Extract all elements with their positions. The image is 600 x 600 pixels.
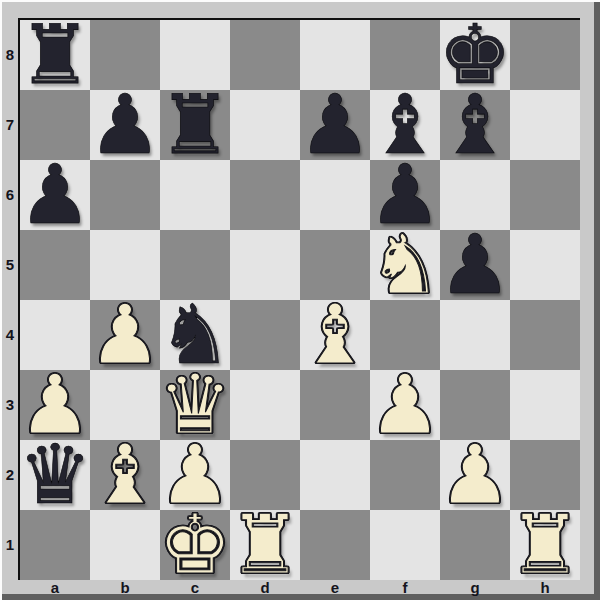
piece-black-queen[interactable]: ♛ xyxy=(18,440,92,510)
rank-label-5: 5 xyxy=(2,230,18,300)
square-a2[interactable]: ♛ xyxy=(20,440,90,510)
piece-white-knight[interactable]: ♞ xyxy=(368,230,442,300)
piece-white-rook[interactable]: ♜ xyxy=(508,510,582,580)
square-f5[interactable]: ♞ xyxy=(370,230,440,300)
file-label-g: g xyxy=(440,580,510,596)
piece-white-pawn[interactable]: ♟ xyxy=(368,370,442,440)
file-label-d: d xyxy=(230,580,300,596)
piece-white-rook[interactable]: ♜ xyxy=(228,510,302,580)
square-g4[interactable] xyxy=(440,300,510,370)
rank-label-1: 1 xyxy=(2,510,18,580)
square-g7[interactable]: ♝ xyxy=(440,90,510,160)
square-h6[interactable] xyxy=(510,160,580,230)
square-a5[interactable] xyxy=(20,230,90,300)
square-c1[interactable]: ♚ xyxy=(160,510,230,580)
square-f3[interactable]: ♟ xyxy=(370,370,440,440)
square-a1[interactable] xyxy=(20,510,90,580)
piece-white-bishop[interactable]: ♝ xyxy=(298,300,372,370)
square-b7[interactable]: ♟ xyxy=(90,90,160,160)
square-g1[interactable] xyxy=(440,510,510,580)
square-h7[interactable] xyxy=(510,90,580,160)
rank-label-7: 7 xyxy=(2,90,18,160)
file-label-f: f xyxy=(370,580,440,596)
square-d5[interactable] xyxy=(230,230,300,300)
square-f2[interactable] xyxy=(370,440,440,510)
square-d6[interactable] xyxy=(230,160,300,230)
square-g5[interactable]: ♟ xyxy=(440,230,510,300)
square-h1[interactable]: ♜ xyxy=(510,510,580,580)
piece-black-rook[interactable]: ♜ xyxy=(18,20,92,90)
square-d7[interactable] xyxy=(230,90,300,160)
rank-label-4: 4 xyxy=(2,300,18,370)
square-h8[interactable] xyxy=(510,20,580,90)
piece-black-pawn[interactable]: ♟ xyxy=(298,90,372,160)
square-d3[interactable] xyxy=(230,370,300,440)
piece-white-pawn[interactable]: ♟ xyxy=(88,300,162,370)
piece-white-pawn[interactable]: ♟ xyxy=(438,440,512,510)
file-label-a: a xyxy=(20,580,90,596)
file-label-c: c xyxy=(160,580,230,596)
square-e1[interactable] xyxy=(300,510,370,580)
square-b4[interactable]: ♟ xyxy=(90,300,160,370)
rank-label-8: 8 xyxy=(2,20,18,90)
chess-board: ♜♚♟♜♟♝♝♟♟♞♟♟♞♝♟♛♟♛♝♟♟♚♜♜ xyxy=(18,18,580,580)
square-h3[interactable] xyxy=(510,370,580,440)
square-e7[interactable]: ♟ xyxy=(300,90,370,160)
square-b6[interactable] xyxy=(90,160,160,230)
square-e4[interactable]: ♝ xyxy=(300,300,370,370)
square-f1[interactable] xyxy=(370,510,440,580)
piece-black-rook[interactable]: ♜ xyxy=(158,90,232,160)
piece-white-king[interactable]: ♚ xyxy=(158,510,232,580)
file-label-h: h xyxy=(510,580,580,596)
square-d4[interactable] xyxy=(230,300,300,370)
piece-black-pawn[interactable]: ♟ xyxy=(18,160,92,230)
board-frame: ♜♚♟♜♟♝♝♟♟♞♟♟♞♝♟♛♟♛♝♟♟♚♜♜ 87654321abcdefg… xyxy=(0,0,600,600)
square-b1[interactable] xyxy=(90,510,160,580)
square-d8[interactable] xyxy=(230,20,300,90)
file-label-b: b xyxy=(90,580,160,596)
square-e3[interactable] xyxy=(300,370,370,440)
square-c6[interactable] xyxy=(160,160,230,230)
rank-label-2: 2 xyxy=(2,440,18,510)
piece-black-bishop[interactable]: ♝ xyxy=(438,90,512,160)
square-e2[interactable] xyxy=(300,440,370,510)
square-g2[interactable]: ♟ xyxy=(440,440,510,510)
square-h4[interactable] xyxy=(510,300,580,370)
rank-label-6: 6 xyxy=(2,160,18,230)
square-b2[interactable]: ♝ xyxy=(90,440,160,510)
piece-white-bishop[interactable]: ♝ xyxy=(88,440,162,510)
piece-black-pawn[interactable]: ♟ xyxy=(88,90,162,160)
piece-black-pawn[interactable]: ♟ xyxy=(438,230,512,300)
square-a8[interactable]: ♜ xyxy=(20,20,90,90)
square-a6[interactable]: ♟ xyxy=(20,160,90,230)
rank-label-3: 3 xyxy=(2,370,18,440)
square-d1[interactable]: ♜ xyxy=(230,510,300,580)
file-label-e: e xyxy=(300,580,370,596)
square-c7[interactable]: ♜ xyxy=(160,90,230,160)
square-h5[interactable] xyxy=(510,230,580,300)
square-e6[interactable] xyxy=(300,160,370,230)
